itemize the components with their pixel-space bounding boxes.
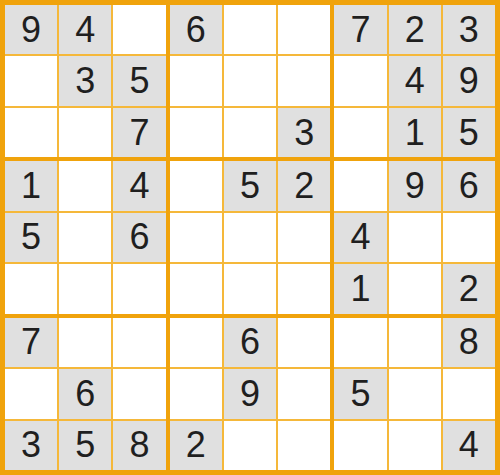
cell-r4c3: 4 xyxy=(113,161,165,210)
cell-r6c1[interactable] xyxy=(5,264,57,313)
cell-r7c1: 7 xyxy=(5,318,57,367)
cell-r5c5[interactable] xyxy=(224,213,276,262)
cell-r2c7[interactable] xyxy=(334,56,386,105)
cell-r6c3[interactable] xyxy=(113,264,165,313)
cell-r2c1[interactable] xyxy=(5,56,57,105)
cell-r7c5: 6 xyxy=(224,318,276,367)
cell-r1c5[interactable] xyxy=(224,5,276,54)
box-r2c2: 52 xyxy=(170,161,331,313)
cell-r7c6[interactable] xyxy=(278,318,330,367)
cell-r9c1: 3 xyxy=(5,421,57,470)
box-r1c2: 63 xyxy=(170,5,331,157)
cell-r1c7: 7 xyxy=(334,5,386,54)
cell-r4c2[interactable] xyxy=(59,161,111,210)
cell-r8c5: 9 xyxy=(224,369,276,418)
cell-r7c7[interactable] xyxy=(334,318,386,367)
cell-r6c9: 2 xyxy=(443,264,495,313)
box-r1c1: 94357 xyxy=(5,5,166,157)
cell-r9c9: 4 xyxy=(443,421,495,470)
cell-r5c7: 4 xyxy=(334,213,386,262)
cell-r3c7[interactable] xyxy=(334,108,386,157)
cell-r3c8: 1 xyxy=(389,108,441,157)
cell-r9c3: 8 xyxy=(113,421,165,470)
cell-r7c9: 8 xyxy=(443,318,495,367)
cell-r5c4[interactable] xyxy=(170,213,222,262)
box-r2c1: 1456 xyxy=(5,161,166,313)
cell-r8c3[interactable] xyxy=(113,369,165,418)
cell-r6c8[interactable] xyxy=(389,264,441,313)
cell-r3c3: 7 xyxy=(113,108,165,157)
cell-r9c8[interactable] xyxy=(389,421,441,470)
box-r3c1: 76358 xyxy=(5,318,166,470)
cell-r7c8[interactable] xyxy=(389,318,441,367)
cell-r5c1: 5 xyxy=(5,213,57,262)
cell-r2c4[interactable] xyxy=(170,56,222,105)
cell-r4c5: 5 xyxy=(224,161,276,210)
cell-r5c3: 6 xyxy=(113,213,165,262)
cell-r3c1[interactable] xyxy=(5,108,57,157)
cell-r4c9: 6 xyxy=(443,161,495,210)
cell-r9c7[interactable] xyxy=(334,421,386,470)
cell-r1c3[interactable] xyxy=(113,5,165,54)
box-r1c3: 7234915 xyxy=(334,5,495,157)
cell-r4c4[interactable] xyxy=(170,161,222,210)
cell-r6c6[interactable] xyxy=(278,264,330,313)
cell-r1c1: 9 xyxy=(5,5,57,54)
cell-r8c9[interactable] xyxy=(443,369,495,418)
cell-r3c9: 5 xyxy=(443,108,495,157)
cell-r4c1: 1 xyxy=(5,161,57,210)
cell-r2c2: 3 xyxy=(59,56,111,105)
cell-r3c6: 3 xyxy=(278,108,330,157)
cell-r7c3[interactable] xyxy=(113,318,165,367)
cell-r8c2: 6 xyxy=(59,369,111,418)
cell-r4c7[interactable] xyxy=(334,161,386,210)
cell-r9c5[interactable] xyxy=(224,421,276,470)
cell-r6c7: 1 xyxy=(334,264,386,313)
cell-r4c8: 9 xyxy=(389,161,441,210)
cell-r6c2[interactable] xyxy=(59,264,111,313)
cell-r8c7: 5 xyxy=(334,369,386,418)
cell-r3c5[interactable] xyxy=(224,108,276,157)
cell-r5c8[interactable] xyxy=(389,213,441,262)
cell-r1c8: 2 xyxy=(389,5,441,54)
cell-r8c4[interactable] xyxy=(170,369,222,418)
cell-r9c6[interactable] xyxy=(278,421,330,470)
cell-r1c2: 4 xyxy=(59,5,111,54)
cell-r7c4[interactable] xyxy=(170,318,222,367)
sudoku-board: 943576372349151456529641276358692854 xyxy=(0,0,500,475)
box-r3c2: 692 xyxy=(170,318,331,470)
cell-r2c8: 4 xyxy=(389,56,441,105)
cell-r5c6[interactable] xyxy=(278,213,330,262)
cell-r1c9: 3 xyxy=(443,5,495,54)
cell-r4c6: 2 xyxy=(278,161,330,210)
cell-r5c2[interactable] xyxy=(59,213,111,262)
cell-r8c8[interactable] xyxy=(389,369,441,418)
cell-r9c2: 5 xyxy=(59,421,111,470)
cell-r3c2[interactable] xyxy=(59,108,111,157)
box-r3c3: 854 xyxy=(334,318,495,470)
cell-r1c6[interactable] xyxy=(278,5,330,54)
cell-r6c5[interactable] xyxy=(224,264,276,313)
box-r2c3: 96412 xyxy=(334,161,495,313)
cell-r6c4[interactable] xyxy=(170,264,222,313)
cell-r8c6[interactable] xyxy=(278,369,330,418)
cell-r3c4[interactable] xyxy=(170,108,222,157)
cell-r2c6[interactable] xyxy=(278,56,330,105)
cell-r8c1[interactable] xyxy=(5,369,57,418)
cell-r1c4: 6 xyxy=(170,5,222,54)
cell-r2c3: 5 xyxy=(113,56,165,105)
cell-r9c4: 2 xyxy=(170,421,222,470)
cell-r2c9: 9 xyxy=(443,56,495,105)
cell-r2c5[interactable] xyxy=(224,56,276,105)
cell-r5c9[interactable] xyxy=(443,213,495,262)
cell-r7c2[interactable] xyxy=(59,318,111,367)
